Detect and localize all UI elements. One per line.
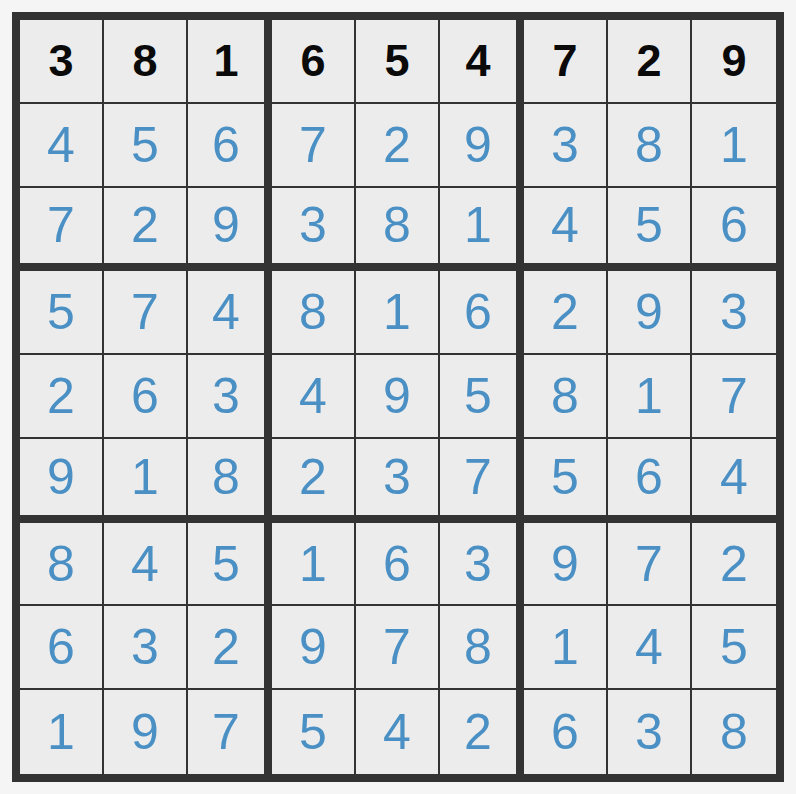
cell-r8c1[interactable]: 6 [20,606,104,690]
solved-digit: 9 [464,120,492,170]
solved-digit: 3 [720,287,748,337]
solved-digit: 4 [720,452,748,502]
solved-digit: 1 [47,707,75,757]
solved-digit: 9 [131,707,159,757]
solved-digit: 3 [551,120,579,170]
solved-digit: 7 [635,539,663,589]
cell-r1c1[interactable]: 3 [20,20,104,104]
cell-r4c5[interactable]: 1 [356,271,440,355]
solved-digit: 7 [464,452,492,502]
solved-digit: 4 [299,371,327,421]
solved-digit: 2 [464,707,492,757]
cell-r7c3[interactable]: 5 [188,523,272,607]
solved-digit: 6 [131,371,159,421]
solved-digit: 5 [464,371,492,421]
solved-digit: 4 [47,120,75,170]
solved-digit: 5 [551,452,579,502]
cell-r4c4[interactable]: 8 [272,271,356,355]
cell-r2c4[interactable]: 7 [272,104,356,188]
cell-r6c9[interactable]: 4 [692,439,776,523]
given-digit: 5 [384,38,409,83]
cell-r9c6[interactable]: 2 [440,690,524,774]
cell-r3c5[interactable]: 8 [356,188,440,272]
solved-digit: 1 [299,539,327,589]
solved-digit: 9 [47,452,75,502]
cell-r1c2[interactable]: 8 [104,20,188,104]
solved-digit: 6 [464,287,492,337]
solved-digit: 9 [551,539,579,589]
solved-digit: 2 [720,539,748,589]
cell-r1c4[interactable]: 6 [272,20,356,104]
cell-r6c1[interactable]: 9 [20,439,104,523]
solved-digit: 7 [720,371,748,421]
solved-digit: 5 [47,287,75,337]
solved-digit: 2 [131,200,159,250]
cell-r7c2[interactable]: 4 [104,523,188,607]
cell-r8c4[interactable]: 9 [272,606,356,690]
solved-digit: 3 [464,539,492,589]
solved-digit: 8 [212,452,240,502]
cell-r4c6[interactable]: 6 [440,271,524,355]
solved-digit: 7 [47,200,75,250]
cell-r2c3[interactable]: 6 [188,104,272,188]
cell-r1c5[interactable]: 5 [356,20,440,104]
cell-r9c4[interactable]: 5 [272,690,356,774]
solved-digit: 3 [212,371,240,421]
solved-digit: 1 [720,120,748,170]
cell-r7c6[interactable]: 3 [440,523,524,607]
solved-digit: 1 [464,200,492,250]
cell-r6c8[interactable]: 6 [608,439,692,523]
cell-r1c8[interactable]: 2 [608,20,692,104]
solved-digit: 2 [299,452,327,502]
given-digit: 6 [300,38,325,83]
given-digit: 4 [465,38,490,83]
cell-r6c2[interactable]: 1 [104,439,188,523]
cell-r3c7[interactable]: 4 [524,188,608,272]
solved-digit: 6 [383,539,411,589]
cell-r9c3[interactable]: 7 [188,690,272,774]
cell-r5c6[interactable]: 5 [440,355,524,439]
solved-digit: 6 [720,200,748,250]
given-digit: 2 [636,38,661,83]
solved-digit: 5 [720,622,748,672]
cell-r3c8[interactable]: 5 [608,188,692,272]
cell-r5c7[interactable]: 8 [524,355,608,439]
solved-digit: 5 [635,200,663,250]
cell-r9c1[interactable]: 1 [20,690,104,774]
solved-digit: 8 [720,707,748,757]
cell-r5c8[interactable]: 1 [608,355,692,439]
given-digit: 1 [213,38,238,83]
cell-r9c5[interactable]: 4 [356,690,440,774]
solved-digit: 7 [212,707,240,757]
cell-r8c2[interactable]: 3 [104,606,188,690]
cell-r3c3[interactable]: 9 [188,188,272,272]
cell-r6c3[interactable]: 8 [188,439,272,523]
cell-r8c8[interactable]: 4 [608,606,692,690]
cell-r6c4[interactable]: 2 [272,439,356,523]
given-digit: 9 [721,38,746,83]
solved-digit: 8 [47,539,75,589]
solved-digit: 9 [383,371,411,421]
cell-r8c3[interactable]: 2 [188,606,272,690]
solved-digit: 4 [131,539,159,589]
cell-r8c6[interactable]: 8 [440,606,524,690]
cell-r3c2[interactable]: 2 [104,188,188,272]
cell-r9c9[interactable]: 8 [692,690,776,774]
sudoku-board: 3816547294567293817293814565748162932634… [12,12,784,782]
cell-r2c9[interactable]: 1 [692,104,776,188]
cell-r7c8[interactable]: 7 [608,523,692,607]
given-digit: 3 [48,38,73,83]
cell-r3c6[interactable]: 1 [440,188,524,272]
cell-r7c1[interactable]: 8 [20,523,104,607]
cell-r5c2[interactable]: 6 [104,355,188,439]
cell-r7c4[interactable]: 1 [272,523,356,607]
solved-digit: 8 [635,120,663,170]
cell-r1c6[interactable]: 4 [440,20,524,104]
solved-digit: 2 [551,287,579,337]
solved-digit: 3 [131,622,159,672]
cell-r3c4[interactable]: 3 [272,188,356,272]
solved-digit: 8 [299,287,327,337]
cell-r6c7[interactable]: 5 [524,439,608,523]
cell-r3c9[interactable]: 6 [692,188,776,272]
solved-digit: 1 [131,452,159,502]
solved-digit: 4 [635,622,663,672]
cell-r8c9[interactable]: 5 [692,606,776,690]
solved-digit: 6 [47,622,75,672]
cell-r4c7[interactable]: 2 [524,271,608,355]
cell-r4c2[interactable]: 7 [104,271,188,355]
cell-r3c1[interactable]: 7 [20,188,104,272]
solved-digit: 8 [383,200,411,250]
solved-digit: 6 [212,120,240,170]
solved-digit: 6 [635,452,663,502]
cell-r2c8[interactable]: 8 [608,104,692,188]
solved-digit: 9 [212,200,240,250]
solved-digit: 8 [551,371,579,421]
solved-digit: 1 [383,287,411,337]
given-digit: 7 [552,38,577,83]
solved-digit: 1 [551,622,579,672]
cell-r4c8[interactable]: 9 [608,271,692,355]
cell-r1c3[interactable]: 1 [188,20,272,104]
cell-r5c3[interactable]: 3 [188,355,272,439]
cell-r7c7[interactable]: 9 [524,523,608,607]
cell-r4c1[interactable]: 5 [20,271,104,355]
cell-r4c3[interactable]: 4 [188,271,272,355]
solved-digit: 4 [551,200,579,250]
cell-r2c6[interactable]: 9 [440,104,524,188]
solved-digit: 7 [299,120,327,170]
solved-digit: 7 [131,287,159,337]
cell-r9c2[interactable]: 9 [104,690,188,774]
solved-digit: 8 [464,622,492,672]
cell-r5c4[interactable]: 4 [272,355,356,439]
solved-digit: 3 [635,707,663,757]
cell-r5c9[interactable]: 7 [692,355,776,439]
solved-digit: 1 [635,371,663,421]
cell-r9c7[interactable]: 6 [524,690,608,774]
cell-r9c8[interactable]: 3 [608,690,692,774]
cell-r1c9[interactable]: 9 [692,20,776,104]
cell-r1c7[interactable]: 7 [524,20,608,104]
cell-r2c1[interactable]: 4 [20,104,104,188]
solved-digit: 9 [299,622,327,672]
solved-digit: 2 [383,120,411,170]
solved-digit: 3 [383,452,411,502]
cell-r5c1[interactable]: 2 [20,355,104,439]
solved-digit: 5 [212,539,240,589]
cell-r7c5[interactable]: 6 [356,523,440,607]
given-digit: 8 [132,38,157,83]
solved-digit: 9 [635,287,663,337]
solved-digit: 7 [383,622,411,672]
solved-digit: 5 [131,120,159,170]
solved-digit: 5 [299,707,327,757]
cell-r8c5[interactable]: 7 [356,606,440,690]
cell-r7c9[interactable]: 2 [692,523,776,607]
solved-digit: 3 [299,200,327,250]
cell-r2c7[interactable]: 3 [524,104,608,188]
solved-digit: 2 [212,622,240,672]
cell-r6c6[interactable]: 7 [440,439,524,523]
solved-digit: 6 [551,707,579,757]
cell-r4c9[interactable]: 3 [692,271,776,355]
cell-r8c7[interactable]: 1 [524,606,608,690]
solved-digit: 4 [212,287,240,337]
cell-r6c5[interactable]: 3 [356,439,440,523]
cell-r2c5[interactable]: 2 [356,104,440,188]
cell-r5c5[interactable]: 9 [356,355,440,439]
solved-digit: 2 [47,371,75,421]
solved-digit: 4 [383,707,411,757]
cell-r2c2[interactable]: 5 [104,104,188,188]
